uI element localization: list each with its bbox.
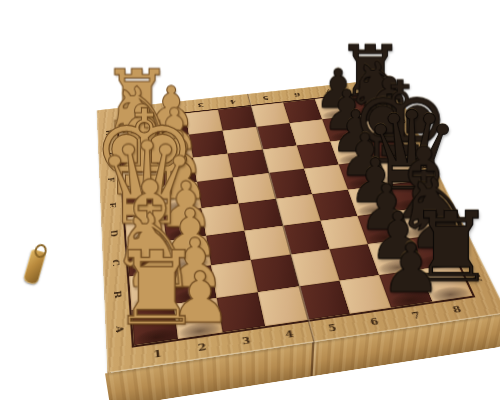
scene: 12345678 12345678 HGFEDCBA HGFEDCBA ♜♟♟♜…: [0, 0, 500, 400]
chess-board-box: 12345678 12345678 HGFEDCBA HGFEDCBA ♜♟♟♜…: [97, 78, 500, 373]
white-rook-glyph: ♜: [73, 237, 238, 339]
black-pawn-glyph: ♟: [331, 233, 490, 301]
chess-set-photo: 12345678 12345678 HGFEDCBA HGFEDCBA ♜♟♟♜…: [0, 0, 500, 400]
